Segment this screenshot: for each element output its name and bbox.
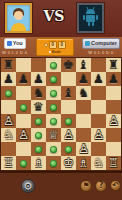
move-hint-dot[interactable] — [35, 146, 42, 153]
move-hint-dot[interactable] — [20, 160, 27, 167]
computer-avatar[interactable] — [77, 3, 104, 33]
app-window: VS You W 0 L 0 D 0 0 0 — [0, 0, 122, 200]
square-c4[interactable] — [31, 114, 46, 128]
square-e3[interactable]: ♙ — [61, 128, 76, 142]
square-d8[interactable] — [46, 58, 61, 72]
square-a5[interactable] — [1, 100, 16, 114]
square-f7[interactable]: ♟ — [76, 72, 91, 86]
piece-white-pawn: ♙ — [63, 129, 74, 141]
square-c5[interactable]: ♛ — [31, 100, 46, 114]
piece-black-rook: ♜ — [3, 59, 14, 71]
computer-name-label: Computer — [91, 39, 117, 48]
square-e8[interactable]: ♚ — [61, 58, 76, 72]
square-a7[interactable]: ♟ — [1, 72, 16, 86]
piece-black-queen: ♛ — [33, 101, 44, 113]
android-leg-icon — [92, 22, 94, 26]
square-h6[interactable] — [106, 86, 121, 100]
piece-white-queen: ♕ — [48, 129, 59, 141]
piece-black-pawn: ♟ — [3, 73, 14, 85]
piece-black-pawn: ♟ — [93, 73, 104, 85]
square-e7[interactable] — [61, 72, 76, 86]
square-e2[interactable] — [61, 142, 76, 156]
mode-row: Mode — [49, 50, 61, 54]
square-g5[interactable] — [91, 100, 106, 114]
square-h1[interactable]: ♖ — [106, 156, 121, 170]
piece-white-pawn: ♙ — [78, 143, 89, 155]
move-hint-dot[interactable] — [65, 146, 72, 153]
you-info: You W 0 L 0 D 0 — [2, 38, 27, 56]
square-b4[interactable] — [16, 114, 31, 128]
square-b3[interactable]: ♙ — [16, 128, 31, 142]
square-b1[interactable] — [16, 156, 31, 170]
square-g4[interactable] — [91, 114, 106, 128]
mode-label: Mode — [52, 50, 61, 54]
square-h8[interactable]: ♜ — [106, 58, 121, 72]
chess-board: ♜♚♝♜♟♟♟♟♟♟♞♝♞♛♙♙♘♙♕♙♙♙♖♗♔♗♘♖ — [0, 57, 122, 171]
move-hint-dot[interactable] — [50, 90, 57, 97]
square-b5[interactable] — [16, 100, 31, 114]
square-d2[interactable] — [46, 142, 61, 156]
move-hint-dot[interactable] — [35, 132, 42, 139]
move-hint-dot[interactable] — [50, 160, 57, 167]
square-a8[interactable]: ♜ — [1, 58, 16, 72]
move-hint-dot[interactable] — [65, 118, 72, 125]
move-hint-dot[interactable] — [50, 76, 57, 83]
square-c3[interactable] — [31, 128, 46, 142]
square-g2[interactable] — [91, 142, 106, 156]
square-b2[interactable] — [16, 142, 31, 156]
square-h3[interactable] — [106, 128, 121, 142]
you-stats: W 0 L 0 D 0 — [2, 50, 27, 55]
undo-arrow-icon: ↶ — [112, 182, 119, 190]
square-g7[interactable]: ♟ — [91, 72, 106, 86]
square-g8[interactable] — [91, 58, 106, 72]
square-h7[interactable]: ♟ — [106, 72, 121, 86]
piece-white-pawn: ♙ — [3, 115, 14, 127]
move-hint-dot[interactable] — [50, 118, 57, 125]
piece-black-pawn: ♟ — [108, 73, 119, 85]
piece-black-pawn: ♟ — [18, 73, 29, 85]
question-icon: ? — [99, 182, 104, 190]
square-c2[interactable] — [31, 142, 46, 156]
piece-black-bishop: ♝ — [78, 59, 89, 71]
square-c1[interactable]: ♗ — [31, 156, 46, 170]
piece-white-rook: ♖ — [108, 157, 119, 169]
computer-info: Computer W 0 L 0 D 0 — [82, 38, 120, 56]
resign-button[interactable]: ⚑ — [80, 180, 92, 192]
square-e5[interactable] — [61, 100, 76, 114]
vs-label: VS — [38, 8, 70, 24]
square-c7[interactable]: ♟ — [31, 72, 46, 86]
android-body-icon — [86, 15, 95, 22]
square-h4[interactable]: ♙ — [106, 114, 121, 128]
move-hint-dot[interactable] — [35, 118, 42, 125]
flag-icon: ⚑ — [82, 182, 89, 190]
square-a3[interactable]: ♘ — [1, 128, 16, 142]
piece-white-pawn: ♙ — [18, 129, 29, 141]
match-header: VS — [0, 0, 122, 37]
you-name-badge[interactable]: You — [4, 38, 26, 49]
piece-white-knight: ♘ — [93, 157, 104, 169]
square-b8[interactable] — [16, 58, 31, 72]
android-arm-icon — [96, 15, 98, 20]
avatar-shirt — [11, 23, 26, 31]
piece-black-bishop: ♝ — [63, 87, 74, 99]
player-info-strip: You W 0 L 0 D 0 0 0 Mode Computer — [0, 37, 122, 57]
move-hint-dot[interactable] — [50, 104, 57, 111]
square-a6[interactable] — [1, 86, 16, 100]
computer-name-badge[interactable]: Computer — [82, 38, 120, 49]
timer-row: 0 0 — [44, 41, 66, 49]
square-e6[interactable]: ♝ — [61, 86, 76, 100]
timer-digit: 0 — [58, 41, 66, 49]
piece-black-king: ♚ — [63, 59, 74, 71]
move-hint-dot[interactable] — [50, 146, 57, 153]
piece-black-knight: ♞ — [33, 87, 44, 99]
move-hint-dot[interactable] — [5, 90, 12, 97]
android-leg-icon — [88, 22, 90, 26]
piece-black-rook: ♜ — [108, 59, 119, 71]
piece-white-pawn: ♙ — [108, 115, 119, 127]
square-d5[interactable] — [46, 100, 61, 114]
gear-icon: ⚙ — [23, 181, 33, 192]
square-c8[interactable] — [31, 58, 46, 72]
square-d1[interactable] — [46, 156, 61, 170]
square-h2[interactable] — [106, 142, 121, 156]
bullet-icon — [49, 51, 51, 53]
android-head-icon — [86, 9, 95, 14]
settings-button[interactable]: ⚙ — [21, 179, 35, 193]
piece-white-knight: ♘ — [3, 129, 14, 141]
android-arm-icon — [83, 15, 85, 20]
you-name-label: You — [13, 39, 23, 48]
clock-icon — [44, 43, 48, 47]
mode-panel-wrap: 0 0 Mode — [36, 38, 74, 56]
square-f6[interactable]: ♞ — [76, 86, 91, 100]
piece-white-king: ♔ — [63, 157, 74, 169]
square-b6[interactable] — [16, 86, 31, 100]
computer-stats: W 0 L 0 D 0 — [88, 50, 113, 55]
square-f4[interactable] — [76, 114, 91, 128]
hint-button[interactable]: ? — [95, 180, 107, 192]
square-g6[interactable] — [91, 86, 106, 100]
move-hint-dot[interactable] — [50, 62, 57, 69]
square-e1[interactable]: ♔ — [61, 156, 76, 170]
square-f8[interactable]: ♝ — [76, 58, 91, 72]
square-d3[interactable]: ♕ — [46, 128, 61, 142]
piece-white-rook: ♖ — [3, 157, 14, 169]
square-h5[interactable] — [106, 100, 121, 114]
avatar-face — [14, 11, 23, 20]
square-f1[interactable]: ♗ — [76, 156, 91, 170]
square-a2[interactable] — [1, 142, 16, 156]
undo-button[interactable]: ↶ — [110, 180, 121, 191]
square-g1[interactable]: ♘ — [91, 156, 106, 170]
piece-white-pawn: ♙ — [93, 129, 104, 141]
square-f3[interactable] — [76, 128, 91, 142]
timer-digit: 0 — [49, 41, 57, 49]
mode-timer-panel[interactable]: 0 0 Mode — [36, 38, 74, 56]
square-f2[interactable]: ♙ — [76, 142, 91, 156]
piece-black-knight: ♞ — [78, 87, 89, 99]
square-a4[interactable]: ♙ — [1, 114, 16, 128]
piece-black-pawn: ♟ — [33, 73, 44, 85]
android-icon — [85, 41, 90, 46]
square-e4[interactable] — [61, 114, 76, 128]
square-c6[interactable]: ♞ — [31, 86, 46, 100]
move-hint-dot[interactable] — [20, 104, 27, 111]
person-icon — [7, 41, 12, 46]
square-a1[interactable]: ♖ — [1, 156, 16, 170]
piece-white-bishop: ♗ — [33, 157, 44, 169]
square-d4[interactable] — [46, 114, 61, 128]
square-b7[interactable]: ♟ — [16, 72, 31, 86]
bottom-toolbar: ⚙ ⚑ ? ↶ — [0, 171, 122, 200]
square-d7[interactable] — [46, 72, 61, 86]
square-g3[interactable]: ♙ — [91, 128, 106, 142]
square-d6[interactable] — [46, 86, 61, 100]
piece-black-pawn: ♟ — [78, 73, 89, 85]
player-avatar[interactable] — [5, 3, 32, 33]
square-f5[interactable] — [76, 100, 91, 114]
piece-white-bishop: ♗ — [78, 157, 89, 169]
